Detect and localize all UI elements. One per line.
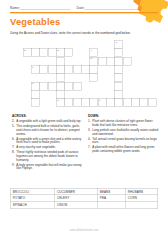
grid-gap [73,40,81,48]
grid-gap [123,82,131,90]
worksheet-page: Name: Date: Vegetables Using the Across … [0,0,168,240]
grid-cell-r4c8[interactable] [90,74,98,82]
grid-cell-r3c6[interactable] [73,65,81,73]
grid-cell-r3c2[interactable] [40,65,48,73]
name-input-line[interactable] [20,5,71,9]
grid-cell-r1c11[interactable] [115,49,123,57]
clue-item: 2.A vegetable with a light green stalk a… [12,120,84,124]
grid-gap [73,57,81,65]
clue-text: This underground bulb is related to leek… [16,125,84,136]
grid-cell-r6c4[interactable] [56,90,64,98]
grid-gap [140,65,148,73]
grid-cell-r7c8[interactable] [90,99,98,107]
grid-cell-r5c4[interactable] [56,82,64,90]
grid-gap [98,49,106,57]
grid-gap [23,74,31,82]
word-bank-cell: RHUBARB [125,188,157,195]
grid-gap [81,40,89,48]
across-header: ACROSS: [12,114,84,118]
grid-gap [56,40,64,48]
grid-cell-r5c1[interactable]: 7 [31,82,39,90]
grid-gap [131,82,139,90]
grid-gap [90,90,98,98]
grid-gap [131,90,139,98]
grid-clue-number: 9 [99,99,100,102]
clue-text: A plant with small white flowers and lon… [92,146,158,153]
clue-item: 7.A plant with small white flowers and l… [88,146,159,153]
word-bank-cell: CORN [125,195,157,202]
grid-cell-r7c9[interactable]: 9 [98,99,106,107]
word-bank-row: POTATOCELERYPEACORN [10,195,158,202]
grid-gap [131,40,139,48]
grid-gap [40,90,48,98]
grid-gap [31,74,39,82]
grid-gap [123,65,131,73]
grid-cell-r3c4[interactable] [56,65,64,73]
grid-cell-r7c6[interactable] [73,99,81,107]
grid-cell-r4c11[interactable] [115,74,123,82]
grid-cell-r7c7[interactable] [81,99,89,107]
grid-gap [65,40,73,48]
grid-gap [90,40,98,48]
clue-text: These highly nutritious seeded pods of v… [16,151,84,162]
clue-text: Plant with dense clusters of tight green… [92,120,158,127]
grid-gap [98,82,106,90]
grid-cell-r2c4[interactable] [56,57,64,65]
grid-gap [140,74,148,82]
grid-clue-number: 8 [57,99,58,102]
grid-cell-r6c11[interactable] [115,90,123,98]
word-bank-cell: BROCCOLI [10,188,54,195]
word-bank-cell: SPINACH [10,201,54,208]
grid-gap [131,74,139,82]
grid-gap [23,40,31,48]
grid-clue-number: 2 [24,49,25,52]
instruction-text: Using the Across and Down clues, write t… [10,31,157,35]
grid-gap [40,40,48,48]
grid-gap [65,57,73,65]
grid-gap [40,57,48,65]
grid-cell-r4c4[interactable] [56,74,64,82]
grid-cell-r7c14[interactable] [140,99,148,107]
grid-cell-r3c3[interactable] [48,65,56,73]
grid-gap [106,90,114,98]
grid-gap [23,65,31,73]
grid-cell-r7c15[interactable] [148,99,156,107]
page-title: Vegetables [10,17,60,28]
grid-gap [81,57,89,65]
across-clues: ACROSS: 2.A vegetable with a light green… [12,114,84,171]
grid-cell-r7c10[interactable] [106,99,114,107]
word-bank-cell: POTATO [10,195,54,202]
clue-text: Long pinkish sour leafstalks usually eat… [92,128,158,135]
grid-cell-r1c0[interactable]: 2 [23,49,31,57]
grid-cell-r7c12[interactable] [123,99,131,107]
footer-url: www.allkidsnetwork.com [0,229,168,232]
grid-cell-r7c5[interactable] [65,99,73,107]
clue-item: 3.Long pinkish sour leafstalks usually e… [88,128,159,135]
grid-gap [140,90,148,98]
name-label: Name: [10,6,20,10]
word-bank-cell: ONION [54,201,97,208]
grid-gap [131,57,139,65]
grid-gap [123,90,131,98]
grid-gap [48,40,56,48]
word-bank-cell: CUCUMBER [54,188,97,195]
grid-gap [123,40,131,48]
grid-gap [140,49,148,57]
grid-clue-number: 1 [116,41,117,44]
word-bank: BROCCOLICUCUMBERBEANSRHUBARBPOTATOCELERY… [10,188,158,208]
orange-divider [10,12,158,13]
grid-cell-r3c11[interactable] [115,65,123,73]
grid-gap [31,40,39,48]
grid-cell-r1c8[interactable]: 4 [90,49,98,57]
grid-cell-r3c1[interactable]: 6 [31,65,39,73]
down-clues: DOWN: 1.Plant with dense clusters of tig… [88,114,159,154]
grid-gap [131,65,139,73]
grid-gap [148,74,156,82]
grid-gap [23,90,31,98]
grid-cell-r2c11[interactable] [115,57,123,65]
grid-cell-r1c1[interactable] [31,49,39,57]
grid-cell-r7c1[interactable] [31,99,39,107]
grid-gap [73,74,81,82]
clue-item: 9.A leafy green vegetable that will make… [12,163,84,170]
grid-gap [140,40,148,48]
grid-cell-r3c5[interactable] [65,65,73,73]
grid-cell-r5c6[interactable] [73,82,81,90]
clue-text: Tall annual cereal grass bearing kernels… [92,137,158,144]
crossword-grid: 123456789 [23,40,156,107]
grid-cell-r7c4[interactable]: 8 [56,99,64,107]
grid-gap [81,82,89,90]
date-input-line[interactable] [84,5,141,9]
grid-cell-r5c2[interactable] [40,82,48,90]
grid-gap [40,99,48,107]
grid-clue-number: 5 [91,57,92,60]
grid-gap [81,49,89,57]
grid-gap [98,74,106,82]
grid-gap [148,40,156,48]
grid-gap [148,65,156,73]
grid-gap [81,74,89,82]
grid-clue-number: 6 [32,66,33,69]
grid-gap [73,90,81,98]
grid-gap [81,90,89,98]
grid-cell-r5c5[interactable] [65,82,73,90]
header-row: Name: Date: [10,5,158,9]
clue-text: A leafy green vegetable that will make y… [16,163,84,170]
grid-gap [98,40,106,48]
word-bank-cell: BEANS [97,188,125,195]
grid-clue-number: 3 [57,49,58,52]
clue-text: A vegetable with a green skin and a whit… [16,137,84,144]
grid-cell-r2c12[interactable] [123,57,131,65]
word-bank-cell [97,201,125,208]
grid-cell-r7c11[interactable] [115,99,123,107]
grid-gap [90,82,98,90]
grid-cell-r2c8[interactable]: 5 [90,57,98,65]
word-bank-cell: CELERY [54,195,97,202]
grid-gap [148,90,156,98]
clue-text: A vegetable with a light green stalk and… [16,120,84,124]
grid-clue-number: 4 [91,49,92,52]
grid-gap [98,90,106,98]
clue-text: A very starchy root vegetable. [16,146,84,150]
grid-gap [73,49,81,57]
clue-item: 5.This underground bulb is related to le… [12,125,84,136]
clue-item: 8.These highly nutritious seeded pods of… [12,151,84,162]
grid-cell-r3c7[interactable] [81,65,89,73]
grid-cell-r5c11[interactable] [115,82,123,90]
grid-gap [23,99,31,107]
clue-item: 1.Plant with dense clusters of tight gre… [88,120,159,127]
grid-gap [140,57,148,65]
grid-gap [23,82,31,90]
grid-gap [106,82,114,90]
grid-cell-r3c8[interactable] [90,65,98,73]
grid-gap [48,57,56,65]
grid-cell-r2c9[interactable] [98,57,106,65]
grid-gap [65,74,73,82]
word-bank-cell: PEA [97,195,125,202]
grid-cell-r5c3[interactable] [48,82,56,90]
grid-cell-r1c2[interactable] [40,49,48,57]
grid-gap [40,74,48,82]
grid-clue-number: 7 [32,82,33,85]
grid-gap [106,40,114,48]
grid-cell-r1c5[interactable] [65,49,73,57]
grid-gap [98,65,106,73]
grid-gap [23,57,31,65]
grid-gap [106,65,114,73]
grid-gap [148,57,156,65]
clue-item: 4.Tall annual cereal grass bearing kerne… [88,137,159,144]
grid-gap [140,82,148,90]
grid-gap [65,90,73,98]
grid-cell-r1c3[interactable] [48,49,56,57]
grid-gap [48,90,56,98]
clue-item: 6.A vegetable with a green skin and a wh… [12,137,84,144]
grid-gap [48,99,56,107]
grid-gap [106,49,114,57]
grid-cell-r7c13[interactable] [131,99,139,107]
date-label: Date: [76,6,84,10]
grid-cell-r1c4[interactable]: 3 [56,49,64,57]
grid-gap [48,74,56,82]
clue-item: 7.A very starchy root vegetable. [12,146,84,150]
word-bank-cell [125,201,157,208]
grid-gap [123,74,131,82]
word-bank-row: SPINACHONION [10,201,158,208]
grid-gap [106,74,114,82]
grid-cell-r6c1[interactable] [31,90,39,98]
grid-gap [131,49,139,57]
word-bank-row: BROCCOLICUCUMBERBEANSRHUBARB [10,188,158,195]
grid-cell-r0c11[interactable]: 1 [115,40,123,48]
grid-gap [123,49,131,57]
grid-gap [148,49,156,57]
grid-gap [31,57,39,65]
down-header: DOWN: [88,114,159,118]
grid-cell-r2c10[interactable] [106,57,114,65]
grid-gap [148,82,156,90]
